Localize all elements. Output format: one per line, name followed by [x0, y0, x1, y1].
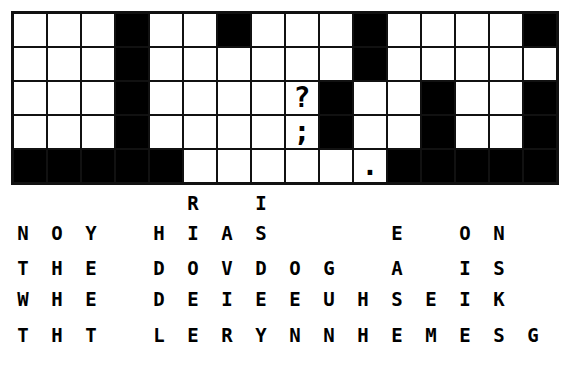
letter-slot-empty-r4c16: [516, 284, 550, 314]
fallen-letter-r4c2: H: [40, 284, 74, 314]
letter-slot-empty-r1c15: [482, 188, 516, 218]
board-cell-prefilled-r5c11: .: [353, 149, 387, 183]
board-cell-r5c6[interactable]: [183, 149, 217, 183]
fallen-letter-r4c13: E: [414, 284, 448, 314]
board-cell-r1c15[interactable]: [489, 13, 523, 47]
fallen-letter-r3c6: O: [176, 253, 210, 283]
board-cell-r2c10[interactable]: [319, 47, 353, 81]
fallen-letter-r5c2: H: [40, 320, 74, 350]
fallen-letter-r4c3: E: [74, 284, 108, 314]
board-cell-r2c8[interactable]: [251, 47, 285, 81]
board-cell-r4c5[interactable]: [149, 115, 183, 149]
fallen-letter-r5c6: E: [176, 320, 210, 350]
fallen-letter-r4c11: H: [346, 284, 380, 314]
board-cell-r2c2[interactable]: [47, 47, 81, 81]
board-cell-r1c6[interactable]: [183, 13, 217, 47]
fallen-phrase-puzzle-page: ?;. RI NOYHIASEON THEDOVDOGAIS WHEDEIEEU…: [0, 0, 569, 367]
board-cell-black-r5c12: [387, 149, 421, 183]
fallen-letter-r4c12: S: [380, 284, 414, 314]
letter-slot-empty-r3c16: [516, 253, 550, 283]
fallen-letter-r4c9: E: [278, 284, 312, 314]
board-cell-r1c12[interactable]: [387, 13, 421, 47]
board-cell-r3c5[interactable]: [149, 81, 183, 115]
board-cell-r2c3[interactable]: [81, 47, 115, 81]
letter-slot-empty-r1c16: [516, 188, 550, 218]
puzzle-grid: ?;.: [11, 11, 559, 185]
fallen-letter-r2c2: O: [40, 218, 74, 248]
fallen-letter-r2c7: A: [210, 218, 244, 248]
board-cell-r5c10[interactable]: [319, 149, 353, 183]
fallen-letter-r3c10: G: [312, 253, 346, 283]
fallen-letter-r4c5: D: [142, 284, 176, 314]
board-cell-r2c5[interactable]: [149, 47, 183, 81]
letter-slot-empty-r2c11: [346, 218, 380, 248]
board-cell-black-r4c13: [421, 115, 455, 149]
letter-slot-empty-r1c12: [380, 188, 414, 218]
fallen-letter-r1c6: R: [176, 188, 210, 218]
fallen-letter-row-5: THTLERYNNHEMESG: [6, 320, 550, 350]
board-cell-black-r4c16: [523, 115, 557, 149]
fallen-letter-r3c5: D: [142, 253, 176, 283]
letter-slot-empty-r3c13: [414, 253, 448, 283]
board-cell-black-r3c16: [523, 81, 557, 115]
fallen-letter-r4c15: K: [482, 284, 516, 314]
board-cell-black-r1c11: [353, 13, 387, 47]
letter-slot-empty-r1c1: [6, 188, 40, 218]
board-cell-black-r5c3: [81, 149, 115, 183]
board-cell-r4c14[interactable]: [455, 115, 489, 149]
fallen-letter-r2c14: O: [448, 218, 482, 248]
board-cell-r1c3[interactable]: [81, 13, 115, 47]
fallen-letter-r3c8: D: [244, 253, 278, 283]
letter-slot-empty-r3c11: [346, 253, 380, 283]
board-cell-r2c1[interactable]: [13, 47, 47, 81]
board-cell-r5c9[interactable]: [285, 149, 319, 183]
fallen-letter-r3c7: V: [210, 253, 244, 283]
board-cell-black-r3c10: [319, 81, 353, 115]
board-cell-r1c14[interactable]: [455, 13, 489, 47]
board-cell-black-r5c1: [13, 149, 47, 183]
board-cell-r4c15[interactable]: [489, 115, 523, 149]
fallen-letter-row-1: RI: [6, 188, 550, 218]
fallen-letter-r5c8: Y: [244, 320, 278, 350]
board-cell-black-r1c16: [523, 13, 557, 47]
board-cell-r2c12[interactable]: [387, 47, 421, 81]
letter-slot-empty-r1c11: [346, 188, 380, 218]
board-cell-black-r3c4: [115, 81, 149, 115]
board-cell-r1c8[interactable]: [251, 13, 285, 47]
board-cell-r4c2[interactable]: [47, 115, 81, 149]
letter-slot-empty-r2c16: [516, 218, 550, 248]
letter-slot-empty-r1c3: [74, 188, 108, 218]
letter-slot-empty-r1c2: [40, 188, 74, 218]
board-cell-r2c16[interactable]: [523, 47, 557, 81]
fallen-letter-r5c14: E: [448, 320, 482, 350]
board-cell-r4c11[interactable]: [353, 115, 387, 149]
fallen-letter-r2c15: N: [482, 218, 516, 248]
fallen-letter-r3c15: S: [482, 253, 516, 283]
fallen-letter-r5c12: E: [380, 320, 414, 350]
fallen-letter-row-4: WHEDEIEEUHSEIK: [6, 284, 550, 314]
board-cell-r2c9[interactable]: [285, 47, 319, 81]
letter-slot-empty-r3c4: [108, 253, 142, 283]
fallen-letter-r3c1: T: [6, 253, 40, 283]
fallen-letter-r5c15: S: [482, 320, 516, 350]
fallen-letter-row-2: NOYHIASEON: [6, 218, 550, 248]
board-cell-r5c7[interactable]: [217, 149, 251, 183]
fallen-letter-r5c11: H: [346, 320, 380, 350]
fallen-letter-row-3: THEDOVDOGAIS: [6, 253, 550, 283]
board-cell-r1c1[interactable]: [13, 13, 47, 47]
letter-slot-empty-r2c4: [108, 218, 142, 248]
board-cell-r3c14[interactable]: [455, 81, 489, 115]
board-cell-black-r5c15: [489, 149, 523, 183]
board-cell-r3c1[interactable]: [13, 81, 47, 115]
board-cell-r3c7[interactable]: [217, 81, 251, 115]
board-cell-black-r5c16: [523, 149, 557, 183]
board-cell-r4c12[interactable]: [387, 115, 421, 149]
fallen-letter-r4c14: I: [448, 284, 482, 314]
fallen-letter-r5c16: G: [516, 320, 550, 350]
board-cell-r1c9[interactable]: [285, 13, 319, 47]
board-cell-black-r5c4: [115, 149, 149, 183]
fallen-letter-r2c1: N: [6, 218, 40, 248]
board-cell-r3c2[interactable]: [47, 81, 81, 115]
board-cell-r1c10[interactable]: [319, 13, 353, 47]
board-cell-r3c11[interactable]: [353, 81, 387, 115]
fallen-letter-r3c9: O: [278, 253, 312, 283]
letter-slot-empty-r1c14: [448, 188, 482, 218]
board-cell-r2c6[interactable]: [183, 47, 217, 81]
letter-slot-empty-r1c10: [312, 188, 346, 218]
board-cell-r4c6[interactable]: [183, 115, 217, 149]
fallen-letter-r4c7: I: [210, 284, 244, 314]
board-cell-black-r2c4: [115, 47, 149, 81]
board-cell-black-r1c7: [217, 13, 251, 47]
fallen-letter-r3c3: E: [74, 253, 108, 283]
letter-slot-empty-r1c5: [142, 188, 176, 218]
letter-slot-empty-r1c7: [210, 188, 244, 218]
board-cell-r2c14[interactable]: [455, 47, 489, 81]
letter-slot-empty-r1c4: [108, 188, 142, 218]
board-cell-r4c8[interactable]: [251, 115, 285, 149]
letter-slot-empty-r1c9: [278, 188, 312, 218]
board-cell-r3c6[interactable]: [183, 81, 217, 115]
letter-slot-empty-r2c10: [312, 218, 346, 248]
fallen-letter-r5c5: L: [142, 320, 176, 350]
fallen-letter-r2c3: Y: [74, 218, 108, 248]
board-cell-r1c2[interactable]: [47, 13, 81, 47]
board-cell-r1c5[interactable]: [149, 13, 183, 47]
fallen-letter-r5c7: R: [210, 320, 244, 350]
board-cell-black-r5c2: [47, 149, 81, 183]
board-cell-prefilled-r4c9: ;: [285, 115, 319, 149]
fallen-letter-r5c13: M: [414, 320, 448, 350]
letter-slot-empty-r4c4: [108, 284, 142, 314]
board-cell-black-r4c10: [319, 115, 353, 149]
board-cell-black-r5c14: [455, 149, 489, 183]
fallen-letter-r5c10: N: [312, 320, 346, 350]
board-cell-r3c8[interactable]: [251, 81, 285, 115]
board-cell-r3c15[interactable]: [489, 81, 523, 115]
board-cell-r1c13[interactable]: [421, 13, 455, 47]
board-cell-black-r1c4: [115, 13, 149, 47]
fallen-letter-r4c1: W: [6, 284, 40, 314]
board-cell-r3c3[interactable]: [81, 81, 115, 115]
fallen-letter-r5c3: T: [74, 320, 108, 350]
board-cell-r4c3[interactable]: [81, 115, 115, 149]
board-cell-black-r3c13: [421, 81, 455, 115]
letter-slot-empty-r2c13: [414, 218, 448, 248]
fallen-letter-r3c14: I: [448, 253, 482, 283]
letter-slot-empty-r2c9: [278, 218, 312, 248]
board-cell-r2c13[interactable]: [421, 47, 455, 81]
fallen-letter-r4c8: E: [244, 284, 278, 314]
fallen-letter-r4c6: E: [176, 284, 210, 314]
fallen-letter-r2c5: H: [142, 218, 176, 248]
board-cell-r2c15[interactable]: [489, 47, 523, 81]
board-cell-prefilled-r3c9: ?: [285, 81, 319, 115]
board-cell-r5c8[interactable]: [251, 149, 285, 183]
board-cell-r2c7[interactable]: [217, 47, 251, 81]
fallen-letter-r1c8: I: [244, 188, 278, 218]
fallen-letter-r2c12: E: [380, 218, 414, 248]
fallen-letter-r3c12: A: [380, 253, 414, 283]
fallen-letter-r2c6: I: [176, 218, 210, 248]
fallen-letter-r5c9: N: [278, 320, 312, 350]
board-cell-black-r5c13: [421, 149, 455, 183]
board-cell-black-r2c11: [353, 47, 387, 81]
letter-slot-empty-r1c13: [414, 188, 448, 218]
fallen-letter-r4c10: U: [312, 284, 346, 314]
board-cell-black-r4c4: [115, 115, 149, 149]
fallen-letter-r3c2: H: [40, 253, 74, 283]
fallen-letter-r5c1: T: [6, 320, 40, 350]
letter-slot-empty-r5c4: [108, 320, 142, 350]
board-cell-r4c1[interactable]: [13, 115, 47, 149]
board-cell-r3c12[interactable]: [387, 81, 421, 115]
board-cell-r4c7[interactable]: [217, 115, 251, 149]
fallen-letter-r2c8: S: [244, 218, 278, 248]
board-cell-black-r5c5: [149, 149, 183, 183]
